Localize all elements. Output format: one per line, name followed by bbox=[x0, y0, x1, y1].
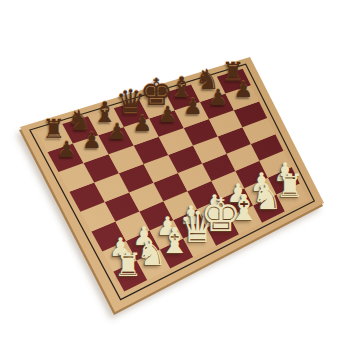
black-pawn[interactable]: ♟ bbox=[183, 96, 203, 118]
black-pawn[interactable]: ♟ bbox=[133, 113, 153, 135]
black-pawn[interactable]: ♟ bbox=[158, 104, 178, 126]
pieces-layer: ♜♞♝♛♚♝♞♜♟♟♟♟♟♟♟♟♟♟♟♟♟♟♟♟♜♞♝♛♚♝♞♜ bbox=[0, 0, 350, 350]
white-rook[interactable]: ♜ bbox=[276, 170, 305, 202]
black-pawn[interactable]: ♟ bbox=[208, 87, 228, 109]
black-pawn[interactable]: ♟ bbox=[234, 79, 254, 101]
black-pawn[interactable]: ♟ bbox=[82, 130, 102, 152]
chess-set-photo: ♜♞♝♛♚♝♞♜♟♟♟♟♟♟♟♟♟♟♟♟♟♟♟♟♜♞♝♛♚♝♞♜ bbox=[0, 0, 350, 350]
black-pawn[interactable]: ♟ bbox=[107, 122, 127, 144]
black-pawn[interactable]: ♟ bbox=[57, 139, 77, 161]
